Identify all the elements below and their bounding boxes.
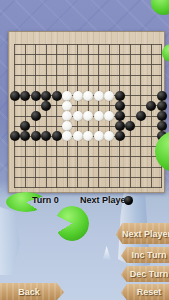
white-stone <box>83 91 93 101</box>
black-stone <box>41 91 51 101</box>
black-stone <box>115 131 125 141</box>
white-stone <box>104 111 114 121</box>
black-stone <box>136 111 146 121</box>
next-player-label: Next Player <box>80 195 129 205</box>
black-stone <box>146 101 156 111</box>
black-stone <box>157 91 167 101</box>
white-stone <box>73 131 83 141</box>
white-stone <box>73 91 83 101</box>
turn-counter: Turn 0 <box>32 195 59 205</box>
white-stone <box>94 111 104 121</box>
white-stone <box>62 111 72 121</box>
white-stone <box>83 111 93 121</box>
back-button[interactable]: Back <box>0 283 64 300</box>
black-stone <box>10 131 20 141</box>
app-screen: Turn 0 Next Player Next Player Inc Turn … <box>0 0 169 300</box>
white-stone <box>94 91 104 101</box>
grid-line <box>14 177 162 178</box>
black-stone <box>52 131 62 141</box>
black-stone <box>41 131 51 141</box>
white-stone <box>62 91 72 101</box>
white-stone <box>62 131 72 141</box>
white-stone <box>73 111 83 121</box>
black-stone <box>41 101 51 111</box>
black-stone <box>31 91 41 101</box>
white-stone <box>62 101 72 111</box>
black-stone <box>20 121 30 131</box>
black-stone <box>52 91 62 101</box>
inc-turn-button-label: Inc Turn <box>132 250 167 260</box>
ice-shard <box>103 246 111 260</box>
white-stone <box>104 131 114 141</box>
white-stone <box>83 131 93 141</box>
white-stone <box>62 121 72 131</box>
black-stone <box>115 91 125 101</box>
next-player-button[interactable]: Next Player <box>116 223 169 244</box>
inc-turn-button[interactable]: Inc Turn <box>121 247 169 263</box>
grid-line <box>14 167 162 168</box>
reset-button[interactable]: Reset <box>121 284 169 300</box>
dec-turn-button-label: Dec Turn <box>130 269 168 279</box>
black-stone <box>10 91 20 101</box>
next-player-stone-indicator <box>124 196 133 205</box>
back-button-label: Back <box>18 287 40 297</box>
next-player-button-label: Next Player <box>122 229 169 239</box>
black-stone <box>157 101 167 111</box>
black-stone <box>115 111 125 121</box>
black-stone <box>115 101 125 111</box>
board-grid[interactable] <box>14 44 162 188</box>
black-stone <box>20 131 30 141</box>
black-stone <box>115 121 125 131</box>
iceberg-shape <box>0 205 20 275</box>
reset-button-label: Reset <box>137 287 162 297</box>
lily-pad-icon <box>55 206 89 241</box>
black-stone <box>157 121 167 131</box>
grid-line <box>14 187 162 188</box>
black-stone <box>31 111 41 121</box>
black-stone <box>125 121 135 131</box>
game-board[interactable] <box>8 31 165 193</box>
white-stone <box>94 131 104 141</box>
black-stone <box>20 91 30 101</box>
dec-turn-button[interactable]: Dec Turn <box>121 266 169 282</box>
black-stone <box>157 111 167 121</box>
black-stone <box>31 131 41 141</box>
white-stone <box>104 91 114 101</box>
grid-line <box>151 44 152 188</box>
